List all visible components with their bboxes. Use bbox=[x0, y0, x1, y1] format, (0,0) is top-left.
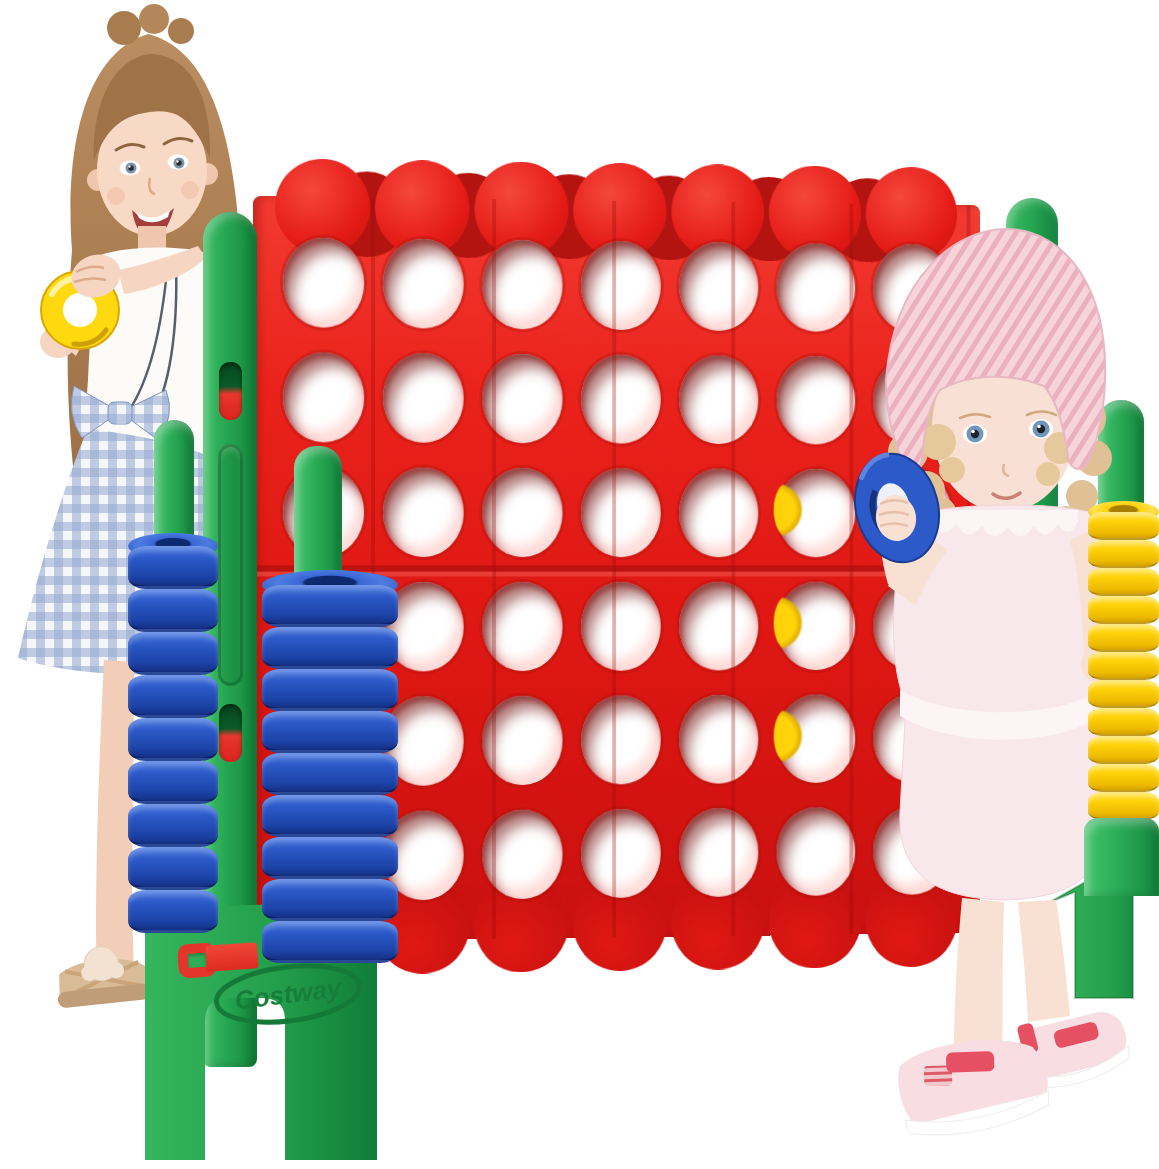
yellow-ring[interactable] bbox=[1088, 708, 1159, 736]
yellow-ring[interactable] bbox=[1088, 512, 1159, 540]
yellow-ring[interactable] bbox=[1088, 792, 1159, 820]
right-post-base bbox=[1084, 818, 1159, 896]
yellow-ring[interactable] bbox=[1088, 736, 1159, 764]
yellow-ring[interactable] bbox=[1088, 596, 1159, 624]
yellow-ring[interactable] bbox=[1088, 652, 1159, 680]
yellow-ring[interactable] bbox=[1088, 568, 1159, 596]
yellow-ring[interactable] bbox=[1088, 624, 1159, 652]
right-stack-layer bbox=[0, 0, 1159, 1169]
yellow-ring[interactable] bbox=[1088, 540, 1159, 568]
product-photo-canvas: Costway bbox=[0, 0, 1159, 1169]
yellow-ring[interactable] bbox=[1088, 680, 1159, 708]
yellow-ring-stack[interactable] bbox=[1088, 512, 1159, 848]
yellow-ring[interactable] bbox=[1088, 764, 1159, 792]
